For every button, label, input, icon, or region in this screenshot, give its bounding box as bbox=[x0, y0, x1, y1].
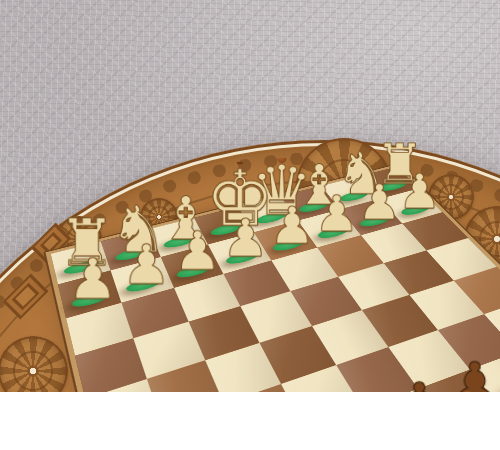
bottom-white-margin bbox=[0, 392, 500, 450]
white-pawn-h2[interactable]: ♟ bbox=[66, 253, 120, 306]
king-brown-cross-finial bbox=[235, 155, 246, 164]
white-pawn-c2[interactable]: ♟ bbox=[313, 191, 361, 239]
queen-brown-ball-finial bbox=[277, 154, 286, 163]
white-pawn-e2[interactable]: ♟ bbox=[221, 214, 271, 264]
white-pawn-b2[interactable]: ♟ bbox=[356, 180, 403, 227]
white-pawn-g2[interactable]: ♟ bbox=[120, 239, 173, 291]
photo-area: ♜♞♝♚♛♝♞♜♟♟♟♟♟♟♟♟♟♟♟♟♟♟♟♟♜♞♝♚♛♝♞♜ bbox=[0, 0, 500, 392]
white-pawn-a2[interactable]: ♟ bbox=[397, 169, 443, 215]
screenshot-canvas: ♜♞♝♚♛♝♞♜♟♟♟♟♟♟♟♟♟♟♟♟♟♟♟♟♜♞♝♚♛♝♞♜ bbox=[0, 0, 500, 450]
chessboard-scene: ♜♞♝♚♛♝♞♜♟♟♟♟♟♟♟♟♟♟♟♟♟♟♟♟♜♞♝♚♛♝♞♜ bbox=[84, 98, 500, 392]
white-pawn-d2[interactable]: ♟ bbox=[268, 202, 317, 251]
chessboard: ♜♞♝♚♛♝♞♜♟♟♟♟♟♟♟♟♟♟♟♟♟♟♟♟♜♞♝♚♛♝♞♜ bbox=[45, 164, 500, 392]
white-pawn-f2[interactable]: ♟ bbox=[171, 226, 223, 277]
